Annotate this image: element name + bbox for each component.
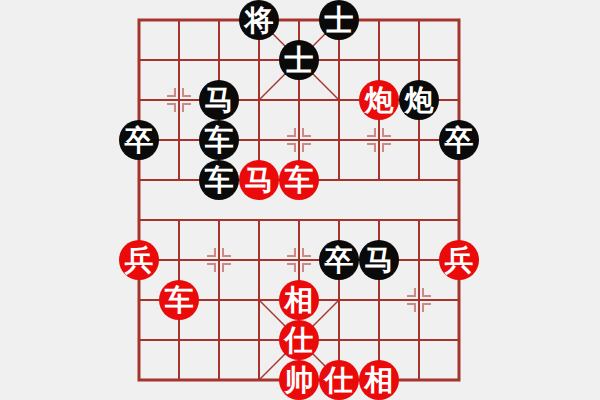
piece-black-soldier[interactable]: 卒 [119,120,159,160]
board-point-4-4[interactable]: 车 [279,160,319,200]
board-point-4-6[interactable] [279,240,319,280]
piece-black-general[interactable]: 将 [239,0,279,40]
board-point-6-0[interactable] [359,0,399,40]
xiangqi-screen: 将士士马炮炮卒车卒车马车兵卒马兵车相仕帅仕相 [0,0,600,400]
board-point-3-3[interactable] [239,120,279,160]
board-point-8-1[interactable] [439,40,479,80]
board-point-1-3[interactable] [159,120,199,160]
piece-black-horse[interactable]: 马 [359,240,399,280]
piece-red-elephant[interactable]: 相 [279,280,319,320]
board-point-8-8[interactable] [439,320,479,360]
board-point-6-8[interactable] [359,320,399,360]
board-point-2-6[interactable] [199,240,239,280]
piece-red-advisor[interactable]: 仕 [279,320,319,360]
board-point-3-2[interactable] [239,80,279,120]
board-point-2-5[interactable] [199,200,239,240]
piece-red-horse[interactable]: 马 [239,160,279,200]
board-point-0-1[interactable] [119,40,159,80]
piece-red-soldier[interactable]: 兵 [439,240,479,280]
board-point-0-9[interactable] [119,360,159,400]
board-point-8-2[interactable] [439,80,479,120]
board-point-4-5[interactable] [279,200,319,240]
board-point-7-8[interactable] [399,320,439,360]
board-point-2-1[interactable] [199,40,239,80]
board-point-6-3[interactable] [359,120,399,160]
board-point-1-2[interactable] [159,80,199,120]
board-point-5-1[interactable] [319,40,359,80]
board-point-1-8[interactable] [159,320,199,360]
board-point-7-3[interactable] [399,120,439,160]
board-point-5-2[interactable] [319,80,359,120]
board-points-grid: 将士士马炮炮卒车卒车马车兵卒马兵车相仕帅仕相 [119,0,479,400]
piece-black-soldier[interactable]: 卒 [439,120,479,160]
board-point-6-4[interactable] [359,160,399,200]
board-point-7-6[interactable] [399,240,439,280]
board-point-1-5[interactable] [159,200,199,240]
board-point-2-8[interactable] [199,320,239,360]
piece-red-chariot[interactable]: 车 [159,280,199,320]
board-point-1-4[interactable] [159,160,199,200]
board-point-7-0[interactable] [399,0,439,40]
board-point-8-7[interactable] [439,280,479,320]
board-point-2-4[interactable]: 车 [199,160,239,200]
board-point-8-6[interactable]: 兵 [439,240,479,280]
board-point-6-5[interactable] [359,200,399,240]
piece-black-cannon[interactable]: 炮 [399,80,439,120]
piece-red-soldier[interactable]: 兵 [119,240,159,280]
board-point-0-5[interactable] [119,200,159,240]
board-point-5-8[interactable] [319,320,359,360]
piece-red-advisor[interactable]: 仕 [319,360,359,400]
board-point-8-4[interactable] [439,160,479,200]
board-point-7-4[interactable] [399,160,439,200]
piece-black-advisor[interactable]: 士 [279,40,319,80]
board-point-1-7[interactable]: 车 [159,280,199,320]
board-point-1-1[interactable] [159,40,199,80]
board-point-2-7[interactable] [199,280,239,320]
board-point-0-6[interactable]: 兵 [119,240,159,280]
board-point-0-4[interactable] [119,160,159,200]
board-point-1-9[interactable] [159,360,199,400]
piece-red-general[interactable]: 帅 [279,360,319,400]
board-point-4-2[interactable] [279,80,319,120]
board-point-2-9[interactable] [199,360,239,400]
piece-black-chariot[interactable]: 车 [199,160,239,200]
board-point-4-8[interactable]: 仕 [279,320,319,360]
board-point-0-7[interactable] [119,280,159,320]
board-point-3-4[interactable]: 马 [239,160,279,200]
board-point-2-2[interactable]: 马 [199,80,239,120]
piece-black-advisor[interactable]: 士 [319,0,359,40]
board-point-3-5[interactable] [239,200,279,240]
board-point-4-9[interactable]: 帅 [279,360,319,400]
board-point-8-5[interactable] [439,200,479,240]
board-point-5-6[interactable]: 卒 [319,240,359,280]
board-point-3-9[interactable] [239,360,279,400]
board-point-6-7[interactable] [359,280,399,320]
board-point-4-7[interactable]: 相 [279,280,319,320]
board-point-3-7[interactable] [239,280,279,320]
board-point-4-1[interactable]: 士 [279,40,319,80]
board-point-8-3[interactable]: 卒 [439,120,479,160]
board-point-3-0[interactable]: 将 [239,0,279,40]
board-point-7-9[interactable] [399,360,439,400]
board-point-3-1[interactable] [239,40,279,80]
board-point-0-0[interactable] [119,0,159,40]
board-point-8-0[interactable] [439,0,479,40]
board-point-4-3[interactable] [279,120,319,160]
piece-red-cannon[interactable]: 炮 [359,80,399,120]
board-point-4-0[interactable] [279,0,319,40]
board-point-5-4[interactable] [319,160,359,200]
board-point-0-2[interactable] [119,80,159,120]
board-point-7-7[interactable] [399,280,439,320]
board-point-5-3[interactable] [319,120,359,160]
piece-black-soldier[interactable]: 卒 [319,240,359,280]
board-point-2-3[interactable]: 车 [199,120,239,160]
board-point-0-3[interactable]: 卒 [119,120,159,160]
board-point-0-8[interactable] [119,320,159,360]
board-point-7-5[interactable] [399,200,439,240]
board-point-6-1[interactable] [359,40,399,80]
piece-red-elephant[interactable]: 相 [359,360,399,400]
board-point-7-2[interactable]: 炮 [399,80,439,120]
piece-black-chariot[interactable]: 车 [199,120,239,160]
board-point-6-6[interactable]: 马 [359,240,399,280]
board-point-2-0[interactable] [199,0,239,40]
board-point-1-6[interactable] [159,240,199,280]
board-point-1-0[interactable] [159,0,199,40]
piece-black-horse[interactable]: 马 [199,80,239,120]
board-point-5-7[interactable] [319,280,359,320]
piece-red-chariot[interactable]: 车 [279,160,319,200]
board-point-5-9[interactable]: 仕 [319,360,359,400]
board-point-3-8[interactable] [239,320,279,360]
board-point-6-9[interactable]: 相 [359,360,399,400]
board-point-3-6[interactable] [239,240,279,280]
board-point-8-9[interactable] [439,360,479,400]
xiangqi-board: 将士士马炮炮卒车卒车马车兵卒马兵车相仕帅仕相 [119,0,479,400]
board-point-7-1[interactable] [399,40,439,80]
board-point-5-5[interactable] [319,200,359,240]
board-point-5-0[interactable]: 士 [319,0,359,40]
board-point-6-2[interactable]: 炮 [359,80,399,120]
